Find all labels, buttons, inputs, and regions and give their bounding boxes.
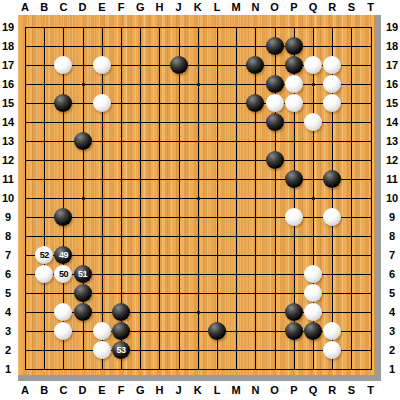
black-stone-N17[interactable] [246, 56, 264, 74]
row-label-right-3: 3 [384, 325, 400, 338]
row-label-right-18: 18 [384, 40, 400, 53]
white-stone-R16[interactable] [323, 75, 341, 93]
black-stone-P18[interactable] [285, 37, 303, 55]
white-stone-R17[interactable] [323, 56, 341, 74]
black-stone-R11[interactable] [323, 170, 341, 188]
column-label-bottom-F: F [112, 384, 130, 397]
white-stone-E2[interactable] [93, 341, 111, 359]
move-number-label: 49 [59, 246, 68, 264]
row-label-left-9: 9 [0, 211, 16, 224]
row-label-left-11: 11 [0, 173, 16, 186]
black-stone-C7[interactable]: 49 [54, 246, 72, 264]
white-stone-Q6[interactable] [304, 265, 322, 283]
row-label-right-17: 17 [384, 59, 400, 72]
black-stone-D4[interactable] [74, 303, 92, 321]
star-point-K4 [197, 311, 200, 314]
row-label-left-10: 10 [0, 192, 16, 205]
column-label-top-K: K [189, 1, 207, 14]
white-stone-E3[interactable] [93, 322, 111, 340]
column-label-top-O: O [266, 1, 284, 14]
row-label-right-19: 19 [384, 21, 400, 34]
row-label-left-13: 13 [0, 135, 16, 148]
white-stone-B7[interactable]: 52 [35, 246, 53, 264]
white-stone-Q5[interactable] [304, 284, 322, 302]
grid-line-horizontal [25, 350, 372, 351]
column-label-bottom-C: C [54, 384, 72, 397]
star-point-K16 [197, 83, 200, 86]
row-label-left-14: 14 [0, 116, 16, 129]
grid-line-horizontal [25, 217, 372, 218]
row-label-left-15: 15 [0, 97, 16, 110]
white-stone-Q17[interactable] [304, 56, 322, 74]
black-stone-L3[interactable] [208, 322, 226, 340]
column-label-bottom-A: A [16, 384, 34, 397]
row-label-right-16: 16 [384, 78, 400, 91]
white-stone-E15[interactable] [93, 94, 111, 112]
column-label-top-E: E [93, 1, 111, 14]
white-stone-R2[interactable] [323, 341, 341, 359]
black-stone-C15[interactable] [54, 94, 72, 112]
white-stone-E17[interactable] [93, 56, 111, 74]
row-label-left-17: 17 [0, 59, 16, 72]
column-label-top-S: S [342, 1, 360, 14]
row-label-right-12: 12 [384, 154, 400, 167]
white-stone-R9[interactable] [323, 208, 341, 226]
row-label-right-5: 5 [384, 287, 400, 300]
white-stone-B6[interactable] [35, 265, 53, 283]
white-stone-P9[interactable] [285, 208, 303, 226]
black-stone-F3[interactable] [112, 322, 130, 340]
move-number-label: 51 [78, 265, 87, 283]
black-stone-F2[interactable]: 53 [112, 341, 130, 359]
column-label-bottom-J: J [170, 384, 188, 397]
row-label-left-3: 3 [0, 325, 16, 338]
column-label-bottom-Q: Q [304, 384, 322, 397]
column-label-top-Q: Q [304, 1, 322, 14]
row-label-right-6: 6 [384, 268, 400, 281]
black-stone-P17[interactable] [285, 56, 303, 74]
row-label-left-5: 5 [0, 287, 16, 300]
column-label-bottom-D: D [74, 384, 92, 397]
column-label-bottom-P: P [285, 384, 303, 397]
grid-line-vertical [236, 27, 237, 370]
grid-line-horizontal [25, 369, 372, 370]
black-stone-O12[interactable] [266, 151, 284, 169]
column-label-top-N: N [246, 1, 264, 14]
grid-line-vertical [371, 27, 372, 370]
column-label-top-P: P [285, 1, 303, 14]
column-label-top-T: T [362, 1, 380, 14]
column-label-bottom-S: S [342, 384, 360, 397]
column-label-top-J: J [170, 1, 188, 14]
black-stone-O14[interactable] [266, 113, 284, 131]
black-stone-P11[interactable] [285, 170, 303, 188]
column-label-bottom-H: H [150, 384, 168, 397]
star-point-K10 [197, 197, 200, 200]
column-label-bottom-B: B [35, 384, 53, 397]
row-label-left-8: 8 [0, 230, 16, 243]
black-stone-D6[interactable]: 51 [74, 265, 92, 283]
star-point-Q16 [312, 83, 315, 86]
column-label-top-F: F [112, 1, 130, 14]
white-stone-O15[interactable] [266, 94, 284, 112]
row-label-right-9: 9 [384, 211, 400, 224]
row-label-right-7: 7 [384, 249, 400, 262]
white-stone-C4[interactable] [54, 303, 72, 321]
white-stone-P15[interactable] [285, 94, 303, 112]
column-label-bottom-L: L [208, 384, 226, 397]
column-label-top-C: C [54, 1, 72, 14]
row-label-right-11: 11 [384, 173, 400, 186]
column-label-top-A: A [16, 1, 34, 14]
column-label-top-H: H [150, 1, 168, 14]
row-label-right-15: 15 [384, 97, 400, 110]
white-stone-Q14[interactable] [304, 113, 322, 131]
row-label-right-4: 4 [384, 306, 400, 319]
row-label-right-1: 1 [384, 363, 400, 376]
go-board-diagram: ABCDEFGHJKLMNOPQRST ABCDEFGHJKLMNOPQRST … [0, 0, 400, 400]
go-board[interactable]: 4951535250 [18, 15, 381, 381]
column-label-bottom-N: N [246, 384, 264, 397]
move-number-label: 52 [40, 246, 49, 264]
white-stone-C3[interactable] [54, 322, 72, 340]
column-label-bottom-T: T [362, 384, 380, 397]
row-label-right-10: 10 [384, 192, 400, 205]
row-label-left-19: 19 [0, 21, 16, 34]
row-label-right-13: 13 [384, 135, 400, 148]
column-label-bottom-G: G [131, 384, 149, 397]
white-stone-P16[interactable] [285, 75, 303, 93]
black-stone-C9[interactable] [54, 208, 72, 226]
move-number-label: 50 [59, 265, 68, 283]
black-stone-J17[interactable] [170, 56, 188, 74]
grid-line-vertical [351, 27, 352, 370]
black-stone-D13[interactable] [74, 132, 92, 150]
white-stone-Q4[interactable] [304, 303, 322, 321]
column-label-bottom-E: E [93, 384, 111, 397]
column-label-top-L: L [208, 1, 226, 14]
white-stone-R3[interactable] [323, 322, 341, 340]
row-label-left-2: 2 [0, 344, 16, 357]
black-stone-P4[interactable] [285, 303, 303, 321]
black-stone-Q3[interactable] [304, 322, 322, 340]
row-label-right-8: 8 [384, 230, 400, 243]
column-label-bottom-M: M [227, 384, 245, 397]
grid-line-vertical [255, 27, 256, 370]
white-stone-C6[interactable]: 50 [54, 265, 72, 283]
column-label-top-G: G [131, 1, 149, 14]
grid-line-vertical [217, 27, 218, 370]
row-label-left-16: 16 [0, 78, 16, 91]
white-stone-R15[interactable] [323, 94, 341, 112]
row-label-left-6: 6 [0, 268, 16, 281]
black-stone-F4[interactable] [112, 303, 130, 321]
star-point-D10 [82, 197, 85, 200]
row-label-left-4: 4 [0, 306, 16, 319]
star-point-D16 [82, 83, 85, 86]
black-stone-O18[interactable] [266, 37, 284, 55]
column-label-top-B: B [35, 1, 53, 14]
black-stone-P3[interactable] [285, 322, 303, 340]
move-number-label: 53 [116, 341, 125, 359]
row-label-left-18: 18 [0, 40, 16, 53]
column-label-bottom-O: O [266, 384, 284, 397]
white-stone-C17[interactable] [54, 56, 72, 74]
black-stone-O16[interactable] [266, 75, 284, 93]
row-label-left-1: 1 [0, 363, 16, 376]
row-label-right-14: 14 [384, 116, 400, 129]
column-label-bottom-R: R [323, 384, 341, 397]
black-stone-N15[interactable] [246, 94, 264, 112]
column-label-top-R: R [323, 1, 341, 14]
row-label-left-12: 12 [0, 154, 16, 167]
row-label-right-2: 2 [384, 344, 400, 357]
grid-line-horizontal [25, 236, 372, 237]
column-label-bottom-K: K [189, 384, 207, 397]
row-label-left-7: 7 [0, 249, 16, 262]
column-label-top-D: D [74, 1, 92, 14]
black-stone-D5[interactable] [74, 284, 92, 302]
grid-line-horizontal [25, 255, 372, 256]
column-label-top-M: M [227, 1, 245, 14]
star-point-Q10 [312, 197, 315, 200]
